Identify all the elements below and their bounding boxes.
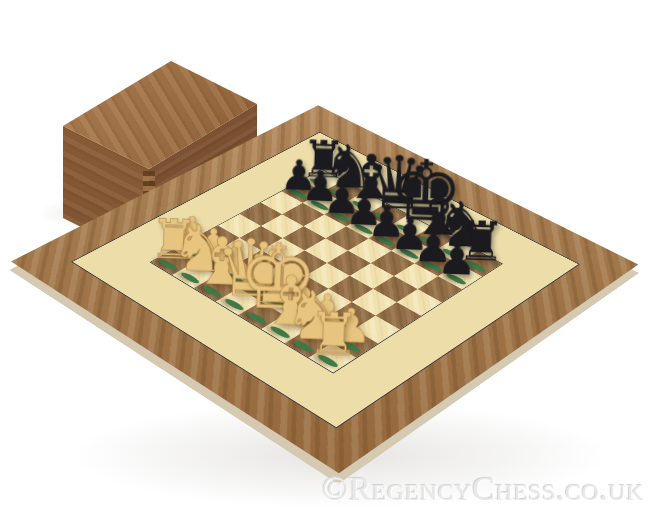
- square-h4: [376, 302, 421, 329]
- black-pawn: ♟: [436, 236, 469, 282]
- white-rook: ♜: [306, 305, 341, 364]
- square-f5: [350, 263, 394, 289]
- square-h7: ♟: [438, 264, 482, 290]
- square-g5: [373, 276, 418, 302]
- product-photo: ♜♞♝♛♚♝♞♜♟♟♟♟♟♟♟♟♟♟♟♟♟♟♟♟♜♞♝♛♚♝♞♜ ©Regenc…: [0, 0, 650, 520]
- watermark: ©RegencyChess.co.uk: [322, 470, 644, 508]
- board-grid: ♜♞♝♛♚♝♞♜♟♟♟♟♟♟♟♟♟♟♟♟♟♟♟♟♜♞♝♛♚♝♞♜: [150, 169, 503, 373]
- square-h1: ♜: [309, 343, 356, 372]
